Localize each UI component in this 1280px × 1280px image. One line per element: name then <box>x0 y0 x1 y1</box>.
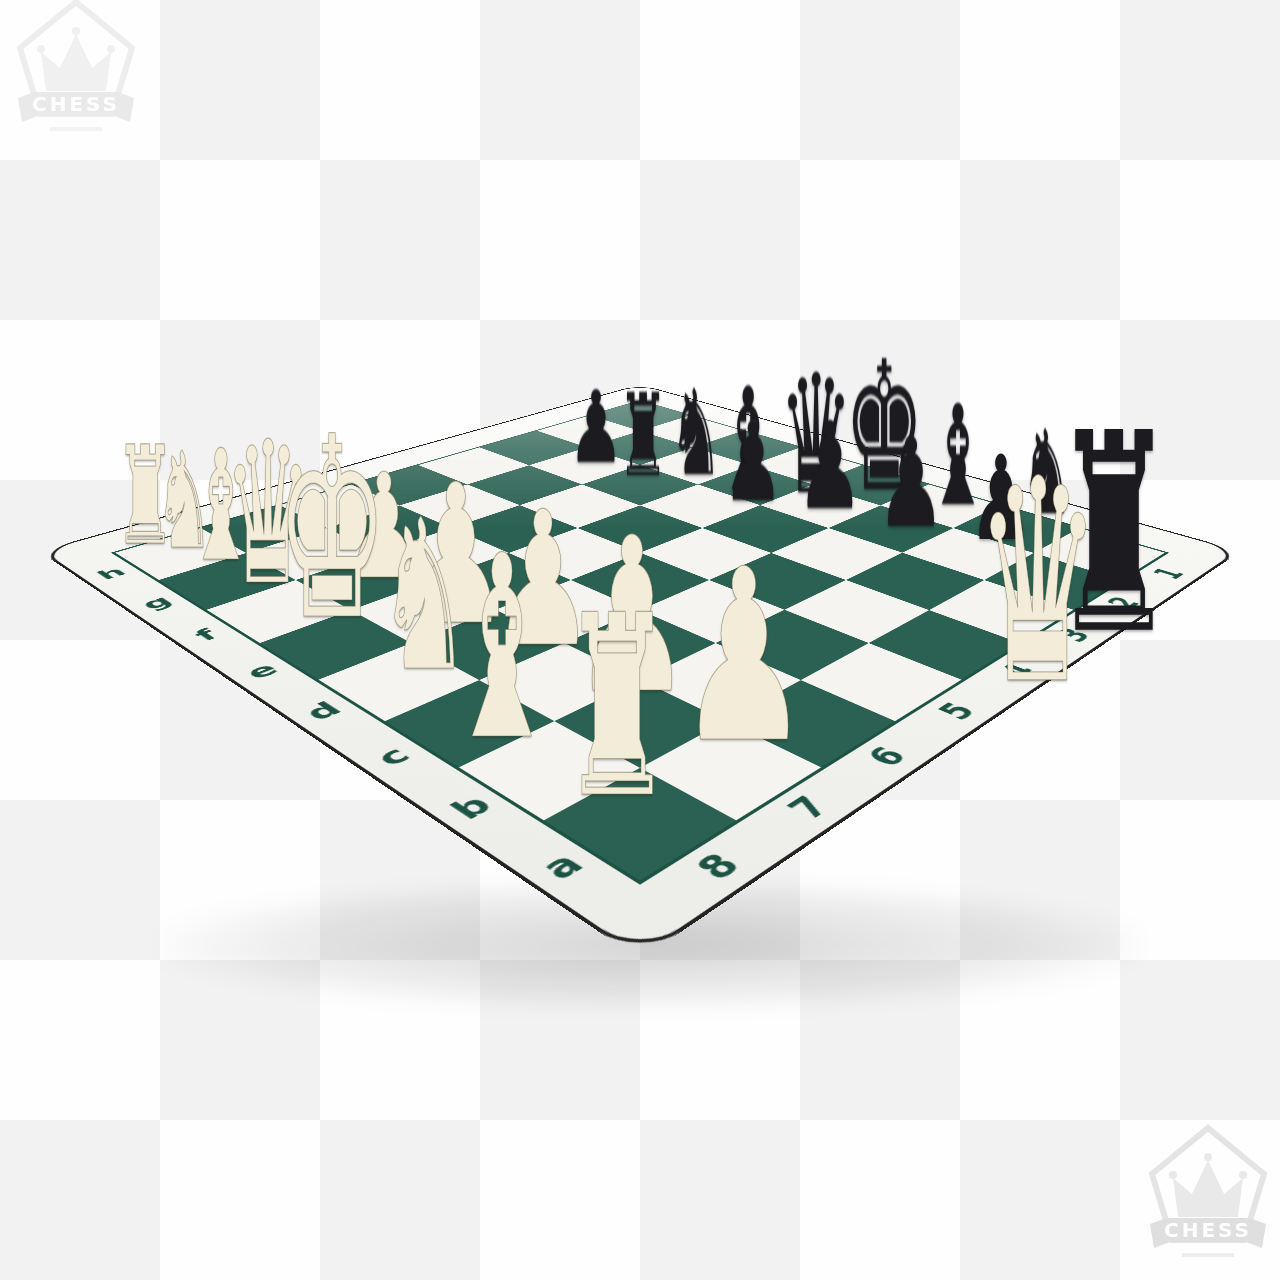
white-pawn: ♟ <box>344 454 425 599</box>
black-pawn: ♟ <box>722 407 783 517</box>
white-rook: ♜ <box>561 583 673 833</box>
black-pawn: ♟ <box>796 406 863 527</box>
black-knight: ♞ <box>1021 414 1073 531</box>
white-king: ♚ <box>276 404 389 655</box>
black-rook: ♜ <box>617 379 668 493</box>
white-pawn: ♟ <box>402 459 509 652</box>
black-queen: ♛ <box>779 353 853 518</box>
white-bishop: ♝ <box>187 430 256 583</box>
black-pawn: ♟ <box>968 440 1033 557</box>
black-knight: ♞ <box>669 374 722 493</box>
chess-pieces-layer: ♟♜♞♝♚♛♟♝♟♞♟♟♜♞♝♟♛♚♟♜♟♞♛♟♝♟♜ <box>0 0 1280 1280</box>
white-pawn: ♟ <box>678 538 810 776</box>
black-king: ♚ <box>844 338 924 517</box>
white-queen: ♛ <box>975 442 1101 723</box>
black-pawn: ♟ <box>877 421 946 545</box>
white-queen: ♛ <box>224 415 312 612</box>
black-rook: ♜ <box>1052 398 1175 673</box>
black-bishop: ♝ <box>716 369 780 511</box>
black-bishop: ♝ <box>927 387 989 526</box>
white-rook: ♜ <box>115 428 176 564</box>
product-photo-scene: hgfedcba 12345678 ♟♜♞♝♚♛♟♝♟♞♟♟♜♞♝♟♛♚♟♜♟♞… <box>0 0 1280 1280</box>
white-pawn: ♟ <box>491 487 594 673</box>
white-knight: ♞ <box>154 435 214 568</box>
white-pawn: ♟ <box>573 509 692 723</box>
black-pawn: ♟ <box>568 378 624 478</box>
white-bishop: ♝ <box>445 522 558 775</box>
white-knight: ♞ <box>377 492 470 700</box>
